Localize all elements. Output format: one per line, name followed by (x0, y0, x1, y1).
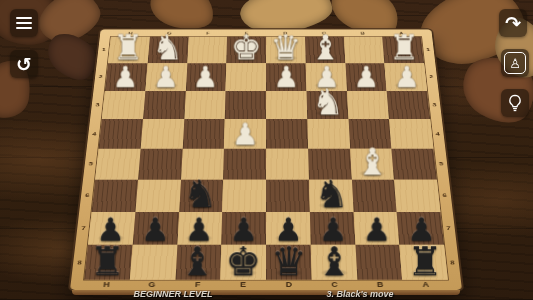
square-h2[interactable]: ♟ (105, 63, 148, 90)
player-settings-button[interactable]: ♙ (501, 49, 529, 77)
white-rook-a1[interactable]: ♜ (389, 30, 420, 65)
square-c8[interactable]: ♝ (311, 245, 357, 280)
black-rook-h8[interactable]: ♜ (89, 241, 125, 281)
rank-label-7: 7 (440, 212, 456, 245)
square-g7[interactable]: ♟ (132, 212, 178, 245)
square-g8[interactable] (130, 245, 177, 280)
white-pawn-g2[interactable]: ♟ (152, 63, 178, 92)
square-b7[interactable]: ♟ (353, 212, 399, 245)
square-g2[interactable]: ♟ (145, 63, 187, 90)
square-d5[interactable] (266, 149, 309, 180)
rank-label-4: 4 (430, 119, 445, 149)
square-e1[interactable]: ♚ (226, 37, 266, 63)
rank-label-6: 6 (437, 179, 453, 211)
square-b8[interactable] (355, 245, 402, 280)
player-pawn-icon: ♙ (504, 52, 526, 74)
square-e4[interactable]: ♟ (224, 119, 266, 149)
move-indicator: 3. Black's move (300, 289, 420, 299)
white-king-e1[interactable]: ♚ (231, 30, 262, 65)
menu-icon (16, 17, 32, 29)
square-f4[interactable] (182, 119, 225, 149)
square-a6[interactable] (394, 179, 440, 211)
white-knight-c3[interactable]: ♞ (311, 84, 343, 120)
white-pawn-d2[interactable]: ♟ (273, 63, 299, 92)
black-queen-d8[interactable]: ♛ (271, 241, 307, 281)
square-h4[interactable] (99, 119, 143, 149)
rank-label-5: 5 (433, 149, 449, 180)
square-e2[interactable] (226, 63, 266, 90)
square-b5[interactable]: ♝ (350, 149, 394, 180)
square-g5[interactable] (138, 149, 182, 180)
square-h8[interactable]: ♜ (84, 245, 132, 280)
board-grid: ♜♞♚♛♝♜♟♟♟♟♟♟♟♞♟♝♞♞♟♟♟♟♟♟♟♟♜♝♚♛♝♜ (84, 37, 448, 280)
hint-button[interactable] (501, 89, 529, 117)
lightbulb-icon (505, 93, 525, 113)
square-e3[interactable] (225, 91, 266, 119)
square-a8[interactable]: ♜ (400, 245, 448, 280)
rank-label-3: 3 (427, 91, 442, 119)
black-knight-c6[interactable]: ♞ (314, 175, 348, 213)
white-pawn-h2[interactable]: ♟ (112, 63, 138, 92)
square-d4[interactable] (266, 119, 308, 149)
undo-button[interactable]: ↺ (10, 50, 38, 78)
white-pawn-b2[interactable]: ♟ (354, 63, 380, 92)
square-f6[interactable]: ♞ (179, 179, 223, 211)
black-bishop-c8[interactable]: ♝ (316, 241, 352, 281)
square-a2[interactable]: ♟ (385, 63, 428, 90)
square-d8[interactable]: ♛ (266, 245, 311, 280)
undo-icon: ↺ (16, 55, 32, 74)
file-label-f: F (188, 30, 227, 37)
square-f2[interactable]: ♟ (185, 63, 226, 90)
rank-label-2: 2 (424, 63, 438, 90)
square-h3[interactable] (102, 91, 145, 119)
black-pawn-g7[interactable]: ♟ (140, 214, 169, 246)
square-b3[interactable] (347, 91, 390, 119)
rank-label-8: 8 (444, 245, 461, 280)
white-pawn-e4[interactable]: ♟ (232, 119, 259, 149)
file-label-b: B (343, 30, 382, 37)
white-pawn-f2[interactable]: ♟ (193, 63, 219, 92)
square-b6[interactable] (351, 179, 396, 211)
square-d6[interactable] (266, 179, 310, 211)
white-pawn-a2[interactable]: ♟ (394, 63, 420, 92)
square-a4[interactable] (389, 119, 433, 149)
white-bishop-c1[interactable]: ♝ (310, 30, 341, 65)
square-g6[interactable] (135, 179, 180, 211)
square-h5[interactable] (95, 149, 140, 180)
white-queen-d1[interactable]: ♛ (270, 30, 301, 65)
rank-label-1: 1 (421, 37, 435, 63)
level-label: BEGINNER LEVEL (103, 289, 243, 299)
square-b2[interactable]: ♟ (345, 63, 387, 90)
square-f3[interactable] (184, 91, 226, 119)
square-c6[interactable]: ♞ (309, 179, 353, 211)
square-a5[interactable] (392, 149, 437, 180)
white-rook-h1[interactable]: ♜ (112, 30, 143, 65)
square-h6[interactable] (92, 179, 138, 211)
black-bishop-f8[interactable]: ♝ (180, 241, 216, 281)
square-e5[interactable] (223, 149, 266, 180)
chess-board[interactable]: ♜♞♚♛♝♜♟♟♟♟♟♟♟♞♟♝♞♞♟♟♟♟♟♟♟♟♜♝♚♛♝♜ HGFEDCB… (70, 29, 462, 290)
redo-icon: ↷ (505, 14, 521, 33)
app-screen: ♜♞♚♛♝♜♟♟♟♟♟♟♟♞♟♝♞♞♟♟♟♟♟♟♟♟♜♝♚♛♝♜ HGFEDCB… (0, 0, 533, 300)
square-c4[interactable] (307, 119, 350, 149)
square-d2[interactable]: ♟ (266, 63, 306, 90)
square-c3[interactable]: ♞ (306, 91, 348, 119)
redo-button[interactable]: ↷ (499, 9, 527, 37)
black-pawn-b7[interactable]: ♟ (363, 214, 392, 246)
square-g3[interactable] (143, 91, 186, 119)
black-king-e8[interactable]: ♚ (226, 241, 262, 281)
square-a3[interactable] (387, 91, 430, 119)
chess-board-area: ♜♞♚♛♝♜♟♟♟♟♟♟♟♞♟♝♞♞♟♟♟♟♟♟♟♟♜♝♚♛♝♜ HGFEDCB… (70, 0, 462, 290)
square-g4[interactable] (140, 119, 183, 149)
white-bishop-b5[interactable]: ♝ (356, 143, 389, 180)
square-e8[interactable]: ♚ (221, 245, 266, 280)
black-knight-f6[interactable]: ♞ (184, 175, 218, 213)
square-d3[interactable] (266, 91, 307, 119)
black-rook-a8[interactable]: ♜ (407, 241, 443, 281)
square-e6[interactable] (222, 179, 266, 211)
menu-button[interactable] (10, 9, 38, 37)
square-f8[interactable]: ♝ (175, 245, 221, 280)
white-knight-g1[interactable]: ♞ (152, 30, 183, 65)
